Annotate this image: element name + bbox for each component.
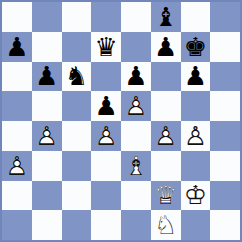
square-f6[interactable] bbox=[151, 62, 181, 92]
square-d2[interactable] bbox=[91, 181, 121, 211]
square-c2[interactable] bbox=[62, 181, 92, 211]
black-queen-glyph: ♛ bbox=[91, 32, 121, 62]
black-bishop[interactable]: ♝ bbox=[151, 2, 181, 32]
white-knight-outline: ♘ bbox=[151, 210, 181, 240]
square-h2[interactable] bbox=[210, 181, 240, 211]
square-h6[interactable] bbox=[210, 62, 240, 92]
square-a5[interactable] bbox=[2, 91, 32, 121]
square-b3[interactable] bbox=[32, 151, 62, 181]
white-pawn[interactable]: ♟♙ bbox=[32, 121, 62, 151]
black-knight-glyph: ♞ bbox=[62, 62, 92, 92]
square-e8[interactable] bbox=[121, 2, 151, 32]
white-pawn-outline: ♙ bbox=[181, 121, 211, 151]
black-king[interactable]: ♚ bbox=[181, 32, 211, 62]
square-b7[interactable] bbox=[32, 32, 62, 62]
square-c4[interactable] bbox=[62, 121, 92, 151]
square-b8[interactable] bbox=[32, 2, 62, 32]
square-d6[interactable] bbox=[91, 62, 121, 92]
black-king-glyph: ♚ bbox=[181, 32, 211, 62]
square-e5[interactable]: ♟♙ bbox=[121, 91, 151, 121]
black-pawn-glyph: ♟ bbox=[32, 62, 62, 92]
square-c6[interactable]: ♞ bbox=[62, 62, 92, 92]
board-grid: ♝♟♛♟♚♟♞♟♟♟♟♙♟♙♟♙♟♙♟♙♟♙♝♗♛♕♚♔♞♘ bbox=[0, 0, 242, 242]
square-g4[interactable]: ♟♙ bbox=[181, 121, 211, 151]
black-pawn-glyph: ♟ bbox=[151, 32, 181, 62]
white-pawn-outline: ♙ bbox=[91, 121, 121, 151]
square-d7[interactable]: ♛ bbox=[91, 32, 121, 62]
white-pawn[interactable]: ♟♙ bbox=[91, 121, 121, 151]
white-pawn-outline: ♙ bbox=[32, 121, 62, 151]
black-pawn[interactable]: ♟ bbox=[32, 62, 62, 92]
white-bishop[interactable]: ♝♗ bbox=[121, 151, 151, 181]
square-f7[interactable]: ♟ bbox=[151, 32, 181, 62]
black-pawn-glyph: ♟ bbox=[181, 62, 211, 92]
white-queen[interactable]: ♛♕ bbox=[151, 181, 181, 211]
white-pawn-outline: ♙ bbox=[151, 121, 181, 151]
square-h4[interactable] bbox=[210, 121, 240, 151]
white-pawn[interactable]: ♟♙ bbox=[121, 91, 151, 121]
black-pawn[interactable]: ♟ bbox=[181, 62, 211, 92]
white-king-outline: ♔ bbox=[181, 181, 211, 211]
black-bishop-glyph: ♝ bbox=[151, 2, 181, 32]
square-h5[interactable] bbox=[210, 91, 240, 121]
black-pawn-glyph: ♟ bbox=[2, 32, 32, 62]
black-pawn[interactable]: ♟ bbox=[91, 91, 121, 121]
square-g6[interactable]: ♟ bbox=[181, 62, 211, 92]
square-f2[interactable]: ♛♕ bbox=[151, 181, 181, 211]
square-b2[interactable] bbox=[32, 181, 62, 211]
white-king[interactable]: ♚♔ bbox=[181, 181, 211, 211]
square-g8[interactable] bbox=[181, 2, 211, 32]
chess-board: ♝♟♛♟♚♟♞♟♟♟♟♙♟♙♟♙♟♙♟♙♟♙♝♗♛♕♚♔♞♘ bbox=[0, 0, 242, 242]
white-pawn-outline: ♙ bbox=[121, 91, 151, 121]
square-a3[interactable]: ♟♙ bbox=[2, 151, 32, 181]
black-pawn[interactable]: ♟ bbox=[2, 32, 32, 62]
square-c8[interactable] bbox=[62, 2, 92, 32]
square-f8[interactable]: ♝ bbox=[151, 2, 181, 32]
square-f3[interactable] bbox=[151, 151, 181, 181]
square-g5[interactable] bbox=[181, 91, 211, 121]
square-e1[interactable] bbox=[121, 210, 151, 240]
white-pawn[interactable]: ♟♙ bbox=[181, 121, 211, 151]
black-pawn[interactable]: ♟ bbox=[121, 62, 151, 92]
square-e7[interactable] bbox=[121, 32, 151, 62]
square-a4[interactable] bbox=[2, 121, 32, 151]
square-b6[interactable]: ♟ bbox=[32, 62, 62, 92]
square-h1[interactable] bbox=[210, 210, 240, 240]
square-g3[interactable] bbox=[181, 151, 211, 181]
square-a1[interactable] bbox=[2, 210, 32, 240]
white-pawn-outline: ♙ bbox=[2, 151, 32, 181]
square-e2[interactable] bbox=[121, 181, 151, 211]
white-pawn[interactable]: ♟♙ bbox=[151, 121, 181, 151]
square-d5[interactable]: ♟ bbox=[91, 91, 121, 121]
square-d1[interactable] bbox=[91, 210, 121, 240]
square-f5[interactable] bbox=[151, 91, 181, 121]
square-a2[interactable] bbox=[2, 181, 32, 211]
black-knight[interactable]: ♞ bbox=[62, 62, 92, 92]
square-g1[interactable] bbox=[181, 210, 211, 240]
black-pawn[interactable]: ♟ bbox=[151, 32, 181, 62]
square-f1[interactable]: ♞♘ bbox=[151, 210, 181, 240]
square-g7[interactable]: ♚ bbox=[181, 32, 211, 62]
square-h3[interactable] bbox=[210, 151, 240, 181]
square-d4[interactable]: ♟♙ bbox=[91, 121, 121, 151]
square-b5[interactable] bbox=[32, 91, 62, 121]
square-d3[interactable] bbox=[91, 151, 121, 181]
square-c3[interactable] bbox=[62, 151, 92, 181]
square-h7[interactable] bbox=[210, 32, 240, 62]
square-c1[interactable] bbox=[62, 210, 92, 240]
square-e3[interactable]: ♝♗ bbox=[121, 151, 151, 181]
square-f4[interactable]: ♟♙ bbox=[151, 121, 181, 151]
square-a8[interactable] bbox=[2, 2, 32, 32]
white-knight[interactable]: ♞♘ bbox=[151, 210, 181, 240]
square-c7[interactable] bbox=[62, 32, 92, 62]
square-h8[interactable] bbox=[210, 2, 240, 32]
white-bishop-outline: ♗ bbox=[121, 151, 151, 181]
square-g2[interactable]: ♚♔ bbox=[181, 181, 211, 211]
black-pawn-glyph: ♟ bbox=[91, 91, 121, 121]
square-d8[interactable] bbox=[91, 2, 121, 32]
square-b1[interactable] bbox=[32, 210, 62, 240]
square-e6[interactable]: ♟ bbox=[121, 62, 151, 92]
square-a6[interactable] bbox=[2, 62, 32, 92]
white-pawn[interactable]: ♟♙ bbox=[2, 151, 32, 181]
square-a7[interactable]: ♟ bbox=[2, 32, 32, 62]
white-queen-outline: ♕ bbox=[151, 181, 181, 211]
black-queen[interactable]: ♛ bbox=[91, 32, 121, 62]
square-c5[interactable] bbox=[62, 91, 92, 121]
black-pawn-glyph: ♟ bbox=[121, 62, 151, 92]
square-e4[interactable] bbox=[121, 121, 151, 151]
square-b4[interactable]: ♟♙ bbox=[32, 121, 62, 151]
